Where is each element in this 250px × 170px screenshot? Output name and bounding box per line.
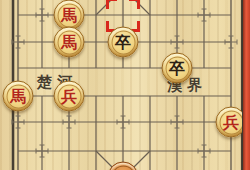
piece-red-soldier-c6[interactable]: 兵 [54,81,85,112]
piece-glyph: 馬 [10,88,26,104]
piece-glyph: 兵 [223,114,239,130]
piece-face: 帥 [111,165,135,170]
marker-corner-icon [106,0,117,9]
piece-glyph: 卒 [169,60,185,76]
piece-red-horse-a6[interactable]: 馬 [3,81,34,112]
piece-face: 馬 [57,3,81,27]
piece-face: 馬 [57,30,81,54]
piece-face: 卒 [111,30,135,54]
piece-face: 兵 [219,110,243,134]
piece-glyph: 卒 [115,34,131,50]
piece-glyph: 馬 [61,34,77,50]
piece-red-horse-c4[interactable]: 馬 [54,27,85,58]
piece-glyph: 馬 [61,7,77,23]
piece-black-soldier-e4[interactable]: 卒 [108,27,139,58]
xiangqi-board: 楚河 漢界 馬馬卒卒馬兵兵帥 [0,0,250,170]
piece-glyph: 帥 [115,169,131,170]
marker-corner-icon [129,0,140,9]
piece-black-soldier-g5[interactable]: 卒 [162,53,193,84]
right-edge-strip [242,0,250,170]
piece-face: 兵 [57,84,81,108]
piece-face: 馬 [6,84,30,108]
piece-glyph: 兵 [61,88,77,104]
piece-face: 卒 [165,56,189,80]
